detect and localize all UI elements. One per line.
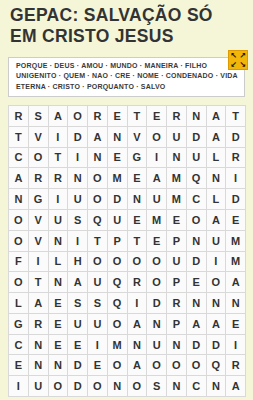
grid-cell[interactable]: F [9,252,28,272]
grid-cell[interactable]: N [29,355,48,375]
grid-cell[interactable]: M [226,252,245,272]
grid-cell[interactable]: L [49,252,68,272]
grid-cell[interactable]: O [88,252,107,272]
grid-cell[interactable]: O [187,210,206,230]
arrow-down-left-icon: ↙ [230,61,237,69]
grid-cell[interactable]: D [68,376,87,396]
grid-cell[interactable]: E [108,106,127,126]
grid-cell[interactable]: D [68,127,87,147]
grid-cell[interactable]: E [49,335,68,355]
grid-cell[interactable]: E [108,148,127,168]
grid-cell[interactable]: G [9,314,28,334]
grid-cell[interactable]: N [187,106,206,126]
grid-cell[interactable]: N [207,376,226,396]
grid-cell[interactable]: E [226,314,245,334]
grid-cell[interactable]: A [207,314,226,334]
word-list-line-3: ETERNA · CRISTO · PORQUANTO · SALVO [16,82,244,92]
grid-cell[interactable]: E [147,106,166,126]
grid-cell[interactable]: D [187,335,206,355]
grid-cell[interactable]: Q [108,293,127,313]
grid-cell[interactable]: R [49,168,68,188]
grid-cell[interactable]: U [187,148,206,168]
grid-cell[interactable]: O [88,168,107,188]
grid-cell[interactable]: D [108,189,127,209]
grid-cell[interactable]: D [207,335,226,355]
grid-cell[interactable]: N [128,335,147,355]
grid-cell[interactable]: N [167,148,186,168]
grid-cell[interactable]: V [29,210,48,230]
puzzle-title: GEPAC: SALVAÇÃO SÓ EM CRISTO JESUS [10,5,248,47]
grid-cell[interactable]: C [9,148,28,168]
grid-cell[interactable]: I [68,148,87,168]
grid-cell[interactable]: N [167,335,186,355]
grid-cell[interactable]: O [147,355,166,375]
grid-cell[interactable]: T [88,231,107,251]
grid-cell[interactable]: I [128,293,147,313]
grid-cell[interactable]: T [29,272,48,292]
grid-cell[interactable]: O [9,272,28,292]
grid-cell[interactable]: U [29,376,48,396]
grid-cell[interactable]: N [128,189,147,209]
grid-cell[interactable]: C [187,189,206,209]
grid-cell[interactable]: M [108,168,127,188]
grid-cell[interactable]: A [128,314,147,334]
grid-cell[interactable]: T [49,148,68,168]
grid-cell[interactable]: M [108,335,127,355]
grid-cell[interactable]: U [167,127,186,147]
arrow-up-left-icon: ↖ [230,52,237,60]
grid-cell[interactable]: S [147,376,166,396]
grid-cell[interactable]: R [9,106,28,126]
grid-cell[interactable]: P [108,231,127,251]
grid-cell[interactable]: E [128,210,147,230]
grid-cell[interactable]: O [9,231,28,251]
grid-cell[interactable]: N [9,189,28,209]
grid-cell[interactable]: T [226,106,245,126]
word-list-panel: PORQUE · DEUS · AMOU · MUNDO · MANEIRA ·… [8,57,245,97]
grid-cell[interactable]: N [167,376,186,396]
grid-cell[interactable]: U [88,314,107,334]
grid-cell[interactable]: A [207,210,226,230]
grid-cell[interactable]: V [29,127,48,147]
grid-cell[interactable]: E [128,168,147,188]
grid-cell[interactable]: G [128,148,147,168]
grid-cell[interactable]: D [226,189,245,209]
grid-cell[interactable]: I [88,335,107,355]
grid-cell[interactable]: U [108,210,127,230]
grid-cell[interactable]: A [207,127,226,147]
grid-cell[interactable]: I [226,168,245,188]
grid-cell[interactable]: O [68,106,87,126]
grid-cell[interactable]: E [88,355,107,375]
grid-cell[interactable]: E [167,210,186,230]
grid-cell[interactable]: H [68,252,87,272]
grid-cell[interactable]: L [9,293,28,313]
grid-cell[interactable]: O [128,252,147,272]
grid-cell[interactable]: D [187,252,206,272]
grid-cell[interactable]: M [226,231,245,251]
grid-cell[interactable]: O [147,127,166,147]
grid-cell[interactable]: E [49,293,68,313]
grid-cell[interactable]: L [207,189,226,209]
grid-cell[interactable]: P [167,231,186,251]
grid-cell[interactable]: O [147,272,166,292]
grid-cell[interactable]: Q [88,210,107,230]
grid-cell[interactable]: O [187,355,206,375]
grid-cell[interactable]: Q [108,272,127,292]
grid-cell[interactable]: T [128,106,147,126]
grid-cell[interactable]: S [68,293,87,313]
grid-cell[interactable]: N [207,168,226,188]
grid-cell[interactable]: D [226,127,245,147]
grid-cell[interactable]: U [167,252,186,272]
grid-cell[interactable]: M [167,189,186,209]
grid-cell[interactable]: P [167,272,186,292]
grid-cell[interactable]: O [128,376,147,396]
grid-cell[interactable]: O [29,148,48,168]
grid-cell[interactable]: N [187,293,206,313]
word-list-line-1: PORQUE · DEUS · AMOU · MUNDO · MANEIRA ·… [16,61,244,71]
grid-cell[interactable]: O [88,189,107,209]
grid-cell[interactable]: I [49,127,68,147]
grid-cell[interactable]: I [68,231,87,251]
grid-cell[interactable]: I [49,189,68,209]
grid-cell[interactable]: A [226,376,245,396]
grid-cell[interactable]: N [207,293,226,313]
grid-cell[interactable]: N [49,231,68,251]
arrow-down-right-icon: ↘ [239,61,246,69]
grid-cell[interactable]: N [108,127,127,147]
grid-cell[interactable]: T [9,127,28,147]
grid-cell[interactable]: R [226,355,245,375]
grid-cell[interactable]: O [147,252,166,272]
grid-cell[interactable]: N [68,168,87,188]
grid-cell[interactable]: D [147,293,166,313]
grid-cell[interactable]: R [167,293,186,313]
grid-cell[interactable]: U [147,189,166,209]
grid-cell[interactable]: O [88,376,107,396]
grid-cell[interactable]: A [147,168,166,188]
grid-cell[interactable]: A [226,272,245,292]
grid-cell[interactable]: D [68,355,87,375]
grid-cell[interactable]: A [9,168,28,188]
grid-cell[interactable]: E [9,355,28,375]
grid-cell[interactable]: T [128,231,147,251]
grid-cell[interactable]: U [88,272,107,292]
grid-cell[interactable]: U [49,210,68,230]
grid-cell[interactable]: A [49,106,68,126]
grid-cell[interactable]: I [9,376,28,396]
grid-cell[interactable]: V [29,231,48,251]
grid-cell[interactable]: I [207,252,226,272]
expand-arrows-icon[interactable]: ↖ ↗ ↙ ↘ [228,50,248,70]
grid-cell[interactable]: R [88,106,107,126]
grid-cell[interactable]: U [68,314,87,334]
grid-cell[interactable]: S [88,293,107,313]
grid-cell[interactable]: N [49,355,68,375]
grid-cell[interactable]: P [167,314,186,334]
grid-cell[interactable]: N [187,231,206,251]
grid-cell[interactable]: S [29,106,48,126]
grid-cell[interactable]: N [49,272,68,292]
grid-cell[interactable]: A [88,127,107,147]
grid-cell[interactable]: C [187,376,206,396]
grid-cell[interactable]: N [226,293,245,313]
grid-cell[interactable]: O [108,252,127,272]
grid-cell[interactable]: R [128,272,147,292]
grid-cell[interactable]: U [207,231,226,251]
grid-cell[interactable]: M [167,168,186,188]
grid-cell[interactable]: E [147,231,166,251]
grid-cell[interactable]: N [108,376,127,396]
grid-cell[interactable]: G [29,189,48,209]
grid-cell[interactable]: V [128,127,147,147]
grid-cell[interactable]: I [29,252,48,272]
grid-cell[interactable]: R [167,106,186,126]
grid-cell[interactable]: O [108,314,127,334]
grid-cell[interactable]: E [68,335,87,355]
word-list-line-2: UNIGENITO · QUEM · NAO · CRE · NOME · CO… [16,71,244,81]
grid-cell[interactable]: Q [187,168,206,188]
grid-cell[interactable]: N [147,314,166,334]
grid-cell[interactable]: I [226,335,245,355]
grid-cell[interactable]: E [187,272,206,292]
grid-cell[interactable]: S [68,210,87,230]
grid-cell[interactable]: R [29,314,48,334]
grid-cell[interactable]: L [207,148,226,168]
grid-cell[interactable]: D [187,127,206,147]
letter-grid: RSAORETERNATTVIDANVOUDADCOTINEGINULRARRN… [8,105,246,397]
grid-cell[interactable]: E [226,210,245,230]
grid-cell[interactable]: U [147,335,166,355]
grid-cell[interactable]: R [226,148,245,168]
grid-cell[interactable]: O [49,376,68,396]
grid-cell[interactable]: O [167,355,186,375]
grid-cell[interactable]: N [29,335,48,355]
grid-cell[interactable]: A [29,293,48,313]
grid-cell[interactable]: O [9,210,28,230]
grid-cell[interactable]: A [128,355,147,375]
grid-cell[interactable]: O [108,355,127,375]
puzzle-title-line1: GEPAC: SALVAÇÃO SÓ [10,5,248,26]
grid-cell[interactable]: A [207,106,226,126]
grid-cell[interactable]: N [88,148,107,168]
grid-cell[interactable]: C [9,335,28,355]
grid-cell[interactable]: Q [207,355,226,375]
arrow-up-right-icon: ↗ [239,52,246,60]
grid-cell[interactable]: A [187,314,206,334]
grid-cell[interactable]: E [49,314,68,334]
puzzle-title-line2: EM CRISTO JESUS [10,26,248,47]
grid-cell[interactable]: U [68,189,87,209]
grid-cell[interactable]: M [147,210,166,230]
grid-cell[interactable]: O [207,272,226,292]
grid-cell[interactable]: I [147,148,166,168]
grid-cell[interactable]: A [68,272,87,292]
grid-cell[interactable]: R [29,168,48,188]
